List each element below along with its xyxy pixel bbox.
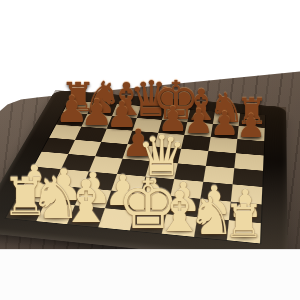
- square-g1: [194, 217, 229, 240]
- board-grid: [6, 100, 266, 243]
- square-e1: [130, 211, 166, 233]
- square-h1: [227, 220, 261, 243]
- chess-set-product-photo: ♜♞♝♛♚♝♞♜♟♟♟♟♟♟♟♟♛♟♟♟♟♟♟♟♟♜♞♝♚♝♞♜: [0, 0, 300, 300]
- chess-board: [0, 90, 288, 264]
- bottom-margin-strip: [0, 249, 300, 300]
- square-f1: [162, 214, 198, 237]
- board-frame: [0, 90, 288, 264]
